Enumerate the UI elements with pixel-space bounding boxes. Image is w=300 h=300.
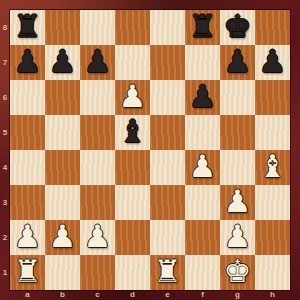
white-pawn[interactable]: ♟ — [14, 221, 42, 252]
rank-label-6: 6 — [0, 80, 10, 115]
rank-label-3: 3 — [0, 185, 10, 220]
square-e6[interactable] — [150, 80, 185, 115]
rank-labels: 87654321 — [0, 10, 10, 290]
square-g4[interactable] — [220, 150, 255, 185]
square-g5[interactable] — [220, 115, 255, 150]
square-a8[interactable]: ♜ — [10, 10, 45, 45]
chess-board-frame: 87654321 abcdefgh ♜♜♚♟♟♟♟♟♟♟♝♟♝♟♟♟♟♟♜♜♚ — [0, 0, 300, 300]
file-label-e: e — [150, 290, 185, 300]
square-b4[interactable] — [45, 150, 80, 185]
chess-board: ♜♜♚♟♟♟♟♟♟♟♝♟♝♟♟♟♟♟♜♜♚ — [10, 10, 290, 290]
black-rook[interactable]: ♜ — [14, 11, 42, 42]
rank-label-5: 5 — [0, 115, 10, 150]
square-h8[interactable] — [255, 10, 290, 45]
black-pawn[interactable]: ♟ — [84, 46, 112, 77]
black-pawn[interactable]: ♟ — [14, 46, 42, 77]
rank-label-4: 4 — [0, 150, 10, 185]
file-label-g: g — [220, 290, 255, 300]
square-c8[interactable] — [80, 10, 115, 45]
square-b5[interactable] — [45, 115, 80, 150]
white-pawn[interactable]: ♟ — [49, 221, 77, 252]
square-e5[interactable] — [150, 115, 185, 150]
rank-label-8: 8 — [0, 10, 10, 45]
square-b2[interactable]: ♟ — [45, 220, 80, 255]
file-label-a: a — [10, 290, 45, 300]
square-b7[interactable]: ♟ — [45, 45, 80, 80]
square-c3[interactable] — [80, 185, 115, 220]
square-h1[interactable] — [255, 255, 290, 290]
square-f4[interactable]: ♟ — [185, 150, 220, 185]
square-h7[interactable]: ♟ — [255, 45, 290, 80]
square-a2[interactable]: ♟ — [10, 220, 45, 255]
square-d6[interactable]: ♟ — [115, 80, 150, 115]
square-d5[interactable]: ♝ — [115, 115, 150, 150]
rank-label-7: 7 — [0, 45, 10, 80]
black-pawn[interactable]: ♟ — [259, 46, 287, 77]
white-pawn[interactable]: ♟ — [84, 221, 112, 252]
file-label-b: b — [45, 290, 80, 300]
square-h3[interactable] — [255, 185, 290, 220]
square-e1[interactable]: ♜ — [150, 255, 185, 290]
black-king[interactable]: ♚ — [224, 11, 252, 42]
square-d2[interactable] — [115, 220, 150, 255]
square-b6[interactable] — [45, 80, 80, 115]
square-e3[interactable] — [150, 185, 185, 220]
rank-label-1: 1 — [0, 255, 10, 290]
square-a1[interactable]: ♜ — [10, 255, 45, 290]
square-f3[interactable] — [185, 185, 220, 220]
black-bishop[interactable]: ♝ — [119, 116, 147, 147]
square-c1[interactable] — [80, 255, 115, 290]
square-g1[interactable]: ♚ — [220, 255, 255, 290]
square-c6[interactable] — [80, 80, 115, 115]
file-label-f: f — [185, 290, 220, 300]
black-pawn[interactable]: ♟ — [49, 46, 77, 77]
square-a3[interactable] — [10, 185, 45, 220]
square-a5[interactable] — [10, 115, 45, 150]
white-rook[interactable]: ♜ — [14, 256, 42, 287]
square-b8[interactable] — [45, 10, 80, 45]
square-f1[interactable] — [185, 255, 220, 290]
square-b3[interactable] — [45, 185, 80, 220]
white-pawn[interactable]: ♟ — [119, 81, 147, 112]
square-e2[interactable] — [150, 220, 185, 255]
square-c5[interactable] — [80, 115, 115, 150]
square-a4[interactable] — [10, 150, 45, 185]
square-h4[interactable]: ♝ — [255, 150, 290, 185]
black-rook[interactable]: ♜ — [189, 11, 217, 42]
square-g7[interactable]: ♟ — [220, 45, 255, 80]
square-e4[interactable] — [150, 150, 185, 185]
square-f2[interactable] — [185, 220, 220, 255]
square-d7[interactable] — [115, 45, 150, 80]
black-pawn[interactable]: ♟ — [189, 81, 217, 112]
square-a6[interactable] — [10, 80, 45, 115]
white-king[interactable]: ♚ — [224, 256, 252, 287]
square-h6[interactable] — [255, 80, 290, 115]
square-f8[interactable]: ♜ — [185, 10, 220, 45]
square-c7[interactable]: ♟ — [80, 45, 115, 80]
white-bishop[interactable]: ♝ — [259, 151, 287, 182]
file-label-c: c — [80, 290, 115, 300]
square-d4[interactable] — [115, 150, 150, 185]
square-e7[interactable] — [150, 45, 185, 80]
white-rook[interactable]: ♜ — [154, 256, 182, 287]
file-labels: abcdefgh — [10, 290, 290, 300]
square-h2[interactable] — [255, 220, 290, 255]
square-c4[interactable] — [80, 150, 115, 185]
square-d3[interactable] — [115, 185, 150, 220]
square-c2[interactable]: ♟ — [80, 220, 115, 255]
square-g8[interactable]: ♚ — [220, 10, 255, 45]
file-label-d: d — [115, 290, 150, 300]
square-d8[interactable] — [115, 10, 150, 45]
square-b1[interactable] — [45, 255, 80, 290]
square-g3[interactable]: ♟ — [220, 185, 255, 220]
square-g2[interactable]: ♟ — [220, 220, 255, 255]
square-f6[interactable]: ♟ — [185, 80, 220, 115]
square-d1[interactable] — [115, 255, 150, 290]
white-pawn[interactable]: ♟ — [189, 151, 217, 182]
square-g6[interactable] — [220, 80, 255, 115]
file-label-h: h — [255, 290, 290, 300]
square-a7[interactable]: ♟ — [10, 45, 45, 80]
rank-label-2: 2 — [0, 220, 10, 255]
white-pawn[interactable]: ♟ — [224, 221, 252, 252]
square-e8[interactable] — [150, 10, 185, 45]
square-f5[interactable] — [185, 115, 220, 150]
square-h5[interactable] — [255, 115, 290, 150]
white-pawn[interactable]: ♟ — [224, 186, 252, 217]
black-pawn[interactable]: ♟ — [224, 46, 252, 77]
square-f7[interactable] — [185, 45, 220, 80]
